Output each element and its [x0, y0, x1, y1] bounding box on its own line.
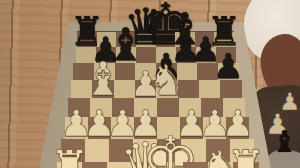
square-c2: [109, 139, 133, 162]
square-b5: ♝: [92, 80, 113, 98]
square-a3: ♟: [65, 117, 88, 139]
square-b2: [85, 139, 109, 162]
square-d5: ♟: [135, 80, 156, 98]
square-a7: [76, 47, 96, 63]
square-e8: ♚: [156, 32, 176, 47]
square-h7: [216, 47, 236, 63]
square-h1: ♜: [233, 162, 258, 168]
square-h4: [223, 98, 245, 117]
square-b7: ♟: [96, 47, 116, 63]
square-d7: [136, 47, 156, 63]
rank-3: ♟♟♟♟♟♟♟: [65, 117, 250, 139]
square-e7: [156, 47, 176, 63]
square-c7: ♝: [116, 47, 136, 63]
square-h5: [220, 80, 241, 98]
square-b8: [97, 32, 117, 47]
rank-2: [61, 139, 254, 162]
square-c5: [114, 80, 135, 98]
square-b1: [82, 162, 107, 168]
square-d1: ♛: [133, 162, 158, 168]
square-f6: [177, 63, 198, 80]
square-g5: [199, 80, 220, 98]
chess-photo-scene: ♜♛♚♝♜♟♝♟♟♟♟♝♟♞♟♟♟♟♟♟♟♜♛♚♞♜ ♟♟♝: [0, 0, 300, 168]
square-f1: [183, 162, 208, 168]
square-c4: [112, 98, 134, 117]
square-e2: [157, 139, 181, 162]
square-a8: ♜: [77, 32, 97, 47]
square-a5: [71, 80, 92, 98]
square-e5: ♞: [156, 80, 177, 98]
square-a2: [61, 139, 85, 162]
square-d4: [134, 98, 156, 117]
rank-5: ♝♟♞: [71, 80, 242, 98]
square-h6: ♟: [218, 63, 239, 80]
square-c6: [115, 63, 136, 80]
rank-8: ♜♛♚♝♜: [77, 32, 234, 47]
square-f4: [179, 98, 201, 117]
square-g6: [197, 63, 218, 80]
square-a4: [68, 98, 90, 117]
square-a1: ♜: [57, 162, 82, 168]
square-f7: ♟: [176, 47, 196, 63]
square-c8: [116, 32, 136, 47]
square-h8: ♜: [214, 32, 234, 47]
square-g2: [206, 139, 230, 162]
square-h2: [230, 139, 254, 162]
square-c3: ♟: [111, 117, 134, 139]
square-c1: [107, 162, 132, 168]
square-g7: ♟: [196, 47, 216, 63]
square-g3: ♟: [203, 117, 226, 139]
square-f5: [178, 80, 199, 98]
square-b4: [90, 98, 112, 117]
square-d8: ♛: [136, 32, 156, 47]
square-e6: ♟: [156, 63, 177, 80]
square-e4: [157, 98, 179, 117]
square-d6: [135, 63, 156, 80]
square-h3: ♟: [226, 117, 249, 139]
rank-6: ♟♟: [73, 63, 238, 80]
square-d2: [133, 139, 157, 162]
square-g1: ♞: [208, 162, 233, 168]
square-g4: [201, 98, 223, 117]
rank-4: [68, 98, 245, 117]
square-e3: [157, 117, 180, 139]
square-a6: [73, 63, 94, 80]
captured-piece-black-bishop-2: ♝: [271, 127, 298, 157]
square-b3: ♟: [88, 117, 111, 139]
rank-7: ♟♝♟♟: [76, 47, 236, 63]
square-f3: ♟: [180, 117, 203, 139]
square-g8: [195, 32, 215, 47]
square-f2: [181, 139, 205, 162]
square-d3: ♟: [134, 117, 157, 139]
square-b6: [94, 63, 115, 80]
rank-1: ♜♛♚♞♜: [57, 162, 259, 168]
square-e1: ♚: [158, 162, 183, 168]
square-f8: ♝: [175, 32, 195, 47]
